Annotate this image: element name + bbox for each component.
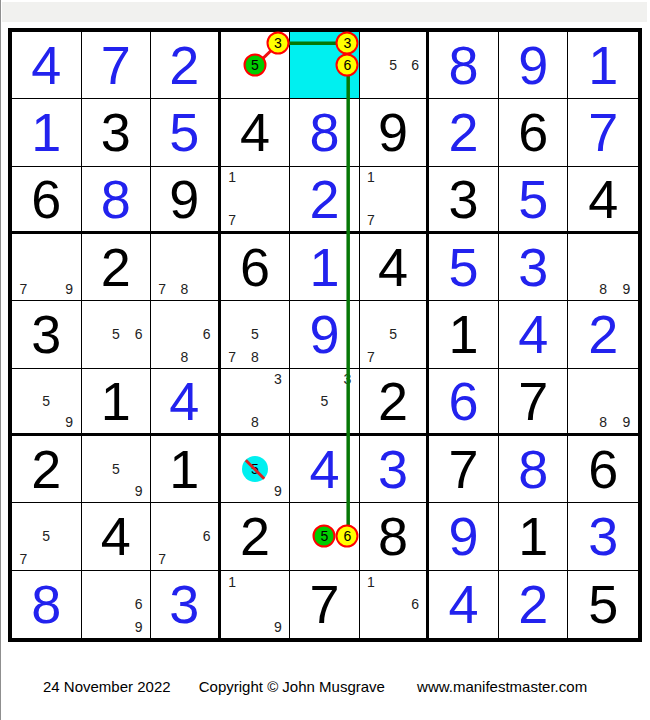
given-digit: 5 [588, 577, 618, 631]
cell-r5c2[interactable]: 56 [82, 301, 152, 368]
chain-node-candidate-3: 3 [266, 32, 289, 55]
cell-r3c3[interactable]: 9 [151, 167, 221, 234]
cell-r7c1[interactable]: 2 [12, 436, 82, 503]
solved-digit: 3 [169, 577, 199, 631]
pencil-mark-1: 1 [367, 170, 375, 184]
footer-date: 24 November 2022 [43, 678, 171, 695]
pencil-mark-7: 7 [158, 552, 166, 566]
pencil-mark-5: 5 [251, 327, 259, 341]
given-digit: 6 [31, 172, 61, 226]
cell-r9c9[interactable]: 5 [568, 571, 638, 638]
cell-r5c3[interactable]: 68 [151, 301, 221, 368]
given-digit: 2 [31, 442, 61, 496]
cell-r6c1[interactable]: 59 [12, 369, 82, 436]
given-digit: 6 [518, 105, 548, 159]
cell-r4c4[interactable]: 6 [221, 234, 291, 301]
solved-digit: 4 [31, 38, 61, 92]
chain-node-candidate-5: 5 [313, 525, 336, 548]
cell-r3c9[interactable]: 4 [568, 167, 638, 234]
chain-node-candidate-6: 6 [336, 525, 359, 548]
cell-r4c9[interactable]: 89 [568, 234, 638, 301]
pencil-mark-6: 6 [135, 597, 143, 611]
sudoku-board: 4723536568911354892676891721735479278614… [8, 28, 642, 642]
pencil-mark-7: 7 [228, 350, 236, 364]
cell-r2c2[interactable]: 3 [82, 99, 152, 166]
pencil-mark-8: 8 [180, 282, 188, 296]
pencil-mark-7: 7 [228, 213, 236, 227]
given-digit: 2 [378, 374, 408, 428]
pencil-mark-5: 5 [112, 327, 120, 341]
cell-r8c8[interactable]: 1 [499, 503, 569, 570]
pencil-mark-6: 6 [135, 327, 143, 341]
pencil-mark-9: 9 [274, 620, 282, 634]
pencil-mark-5: 5 [321, 394, 329, 408]
cell-r4c1[interactable]: 79 [12, 234, 82, 301]
solved-digit: 7 [101, 38, 131, 92]
cell-r9c7[interactable]: 4 [429, 571, 499, 638]
footer-url: www.manifestmaster.com [417, 678, 587, 695]
pencil-mark-9: 9 [65, 415, 73, 429]
pencil-mark-1: 1 [228, 575, 236, 589]
cell-r6c5[interactable]: 35 [290, 369, 360, 436]
given-digit: 9 [169, 172, 199, 226]
pencil-mark-7: 7 [367, 350, 375, 364]
pencil-mark-7: 7 [158, 282, 166, 296]
cell-r2c1[interactable]: 1 [12, 99, 82, 166]
solved-digit: 5 [449, 240, 479, 294]
cell-r7c7[interactable]: 7 [429, 436, 499, 503]
cell-r6c4[interactable]: 38 [221, 369, 291, 436]
given-digit: 1 [518, 509, 548, 563]
elimination-slash-icon [245, 459, 266, 480]
pencil-mark-3: 3 [274, 372, 282, 386]
pencil-mark-8: 8 [599, 415, 607, 429]
cell-r9c2[interactable]: 69 [82, 571, 152, 638]
window-left-edge [0, 0, 1, 720]
solved-digit: 5 [169, 105, 199, 159]
cell-r3c8[interactable]: 5 [499, 167, 569, 234]
cell-r9c3[interactable]: 3 [151, 571, 221, 638]
solved-digit: 1 [588, 38, 618, 92]
solved-digit: 8 [31, 577, 61, 631]
pencil-mark-7: 7 [20, 282, 28, 296]
cell-r6c3[interactable]: 4 [151, 369, 221, 436]
pencil-mark-9: 9 [622, 415, 630, 429]
pencil-mark-6: 6 [411, 58, 419, 72]
cell-r5c6[interactable]: 57 [360, 301, 430, 368]
pencil-mark-8: 8 [599, 282, 607, 296]
chain-node-candidate-5: 5 [243, 54, 266, 77]
solved-digit: 3 [378, 442, 408, 496]
given-digit: 2 [240, 509, 270, 563]
cell-r1c7[interactable]: 8 [429, 32, 499, 99]
pencil-mark-9: 9 [65, 282, 73, 296]
solved-digit: 2 [449, 105, 479, 159]
pencil-mark-8: 8 [251, 350, 259, 364]
given-digit: 4 [378, 240, 408, 294]
cell-r8c7[interactable]: 9 [429, 503, 499, 570]
pencil-mark-5: 5 [389, 327, 397, 341]
solved-digit: 9 [518, 38, 548, 92]
given-digit: 4 [101, 509, 131, 563]
given-digit: 1 [449, 307, 479, 361]
solved-digit: 8 [449, 38, 479, 92]
cell-r5c4[interactable]: 578 [221, 301, 291, 368]
given-digit: 1 [101, 374, 131, 428]
cell-r7c2[interactable]: 59 [82, 436, 152, 503]
cell-r4c7[interactable]: 5 [429, 234, 499, 301]
cell-r7c6[interactable]: 3 [360, 436, 430, 503]
pencil-mark-5: 5 [389, 58, 397, 72]
solved-digit: 7 [588, 105, 618, 159]
given-digit: 4 [240, 105, 270, 159]
given-digit: 7 [449, 442, 479, 496]
given-digit: 6 [588, 442, 618, 496]
cell-r4c8[interactable]: 3 [499, 234, 569, 301]
cell-r2c3[interactable]: 5 [151, 99, 221, 166]
pencil-mark-1: 1 [228, 170, 236, 184]
cell-r1c4[interactable]: 35 [221, 32, 291, 99]
cell-r2c5[interactable]: 8 [290, 99, 360, 166]
cell-r6c8[interactable]: 7 [499, 369, 569, 436]
solved-digit: 9 [309, 307, 339, 361]
solved-digit: 2 [588, 307, 618, 361]
given-digit: 7 [309, 577, 339, 631]
solved-digit: 2 [309, 172, 339, 226]
pencil-mark-6: 6 [203, 327, 211, 341]
solved-digit: 1 [309, 240, 339, 294]
cell-r1c5[interactable]: 36 [290, 32, 360, 99]
cell-r3c5[interactable]: 2 [290, 167, 360, 234]
cell-r8c6[interactable]: 8 [360, 503, 430, 570]
cell-r6c9[interactable]: 89 [568, 369, 638, 436]
cell-r2c7[interactable]: 2 [429, 99, 499, 166]
solved-digit: 2 [518, 577, 548, 631]
solved-digit: 8 [309, 105, 339, 159]
pencil-mark-9: 9 [274, 484, 282, 498]
cell-r6c2[interactable]: 1 [82, 369, 152, 436]
cell-r9c8[interactable]: 2 [499, 571, 569, 638]
cell-r2c9[interactable]: 7 [568, 99, 638, 166]
solved-digit: 4 [169, 374, 199, 428]
solved-digit: 8 [101, 172, 131, 226]
chain-node-candidate-3: 3 [336, 32, 359, 55]
cell-r3c6[interactable]: 17 [360, 167, 430, 234]
pencil-mark-1: 1 [367, 575, 375, 589]
solved-digit: 8 [518, 442, 548, 496]
window-header-strip [2, 2, 647, 22]
cell-r8c3[interactable]: 67 [151, 503, 221, 570]
cell-r7c8[interactable]: 8 [499, 436, 569, 503]
cell-r1c2[interactable]: 7 [82, 32, 152, 99]
given-digit: 2 [101, 240, 131, 294]
cell-r2c6[interactable]: 9 [360, 99, 430, 166]
cell-r5c5[interactable]: 9 [290, 301, 360, 368]
pencil-mark-8: 8 [180, 350, 188, 364]
cell-r6c7[interactable]: 6 [429, 369, 499, 436]
cell-r1c9[interactable]: 1 [568, 32, 638, 99]
solved-digit: 4 [518, 307, 548, 361]
pencil-mark-5: 5 [42, 529, 50, 543]
given-digit: 3 [101, 105, 131, 159]
cell-r8c2[interactable]: 4 [82, 503, 152, 570]
cell-r9c1[interactable]: 8 [12, 571, 82, 638]
cell-r9c5[interactable]: 7 [290, 571, 360, 638]
cell-r7c9[interactable]: 6 [568, 436, 638, 503]
solved-digit: 3 [588, 509, 618, 563]
pencil-mark-6: 6 [411, 597, 419, 611]
cell-r3c1[interactable]: 6 [12, 167, 82, 234]
cell-r4c5[interactable]: 1 [290, 234, 360, 301]
cell-r2c8[interactable]: 6 [499, 99, 569, 166]
pencil-mark-6: 6 [203, 529, 211, 543]
cell-r2c4[interactable]: 4 [221, 99, 291, 166]
cell-r8c1[interactable]: 57 [12, 503, 82, 570]
cell-r7c4[interactable]: 59 [221, 436, 291, 503]
chain-node-candidate-6: 6 [336, 54, 359, 77]
given-digit: 1 [169, 442, 199, 496]
cell-r3c4[interactable]: 17 [221, 167, 291, 234]
cell-r5c7[interactable]: 1 [429, 301, 499, 368]
cell-r8c9[interactable]: 3 [568, 503, 638, 570]
solved-digit: 3 [518, 240, 548, 294]
footer-credits: 24 November 2022 Copyright © John Musgra… [43, 678, 587, 695]
cell-r8c5[interactable]: 56 [290, 503, 360, 570]
solved-digit: 4 [449, 577, 479, 631]
solved-digit: 2 [169, 38, 199, 92]
pencil-mark-5: 5 [112, 462, 120, 476]
given-digit: 4 [588, 172, 618, 226]
solved-digit: 9 [449, 509, 479, 563]
cell-r9c6[interactable]: 16 [360, 571, 430, 638]
board-area: 4723536568911354892676891721735479278614… [8, 28, 642, 642]
cell-r9c4[interactable]: 19 [221, 571, 291, 638]
pencil-mark-9: 9 [622, 282, 630, 296]
given-digit: 7 [518, 374, 548, 428]
solved-digit: 6 [449, 374, 479, 428]
given-digit: 6 [240, 240, 270, 294]
solved-digit: 4 [309, 442, 339, 496]
given-digit: 9 [378, 105, 408, 159]
pencil-mark-8: 8 [251, 415, 259, 429]
solved-digit: 1 [31, 105, 61, 159]
given-digit: 3 [31, 307, 61, 361]
cell-r3c2[interactable]: 8 [82, 167, 152, 234]
given-digit: 8 [378, 509, 408, 563]
cell-r5c9[interactable]: 2 [568, 301, 638, 368]
cell-r8c4[interactable]: 2 [221, 503, 291, 570]
footer-copyright: Copyright © John Musgrave [199, 678, 385, 695]
cell-r4c2[interactable]: 2 [82, 234, 152, 301]
cell-r1c1[interactable]: 4 [12, 32, 82, 99]
cell-r7c3[interactable]: 1 [151, 436, 221, 503]
cell-r3c7[interactable]: 3 [429, 167, 499, 234]
cell-r1c3[interactable]: 2 [151, 32, 221, 99]
pencil-mark-9: 9 [135, 620, 143, 634]
cell-r6c6[interactable]: 2 [360, 369, 430, 436]
solved-digit: 5 [518, 172, 548, 226]
cell-r4c6[interactable]: 4 [360, 234, 430, 301]
cell-r4c3[interactable]: 78 [151, 234, 221, 301]
pencil-mark-9: 9 [135, 484, 143, 498]
pencil-mark-7: 7 [20, 552, 28, 566]
given-digit: 3 [449, 172, 479, 226]
pencil-mark-5: 5 [42, 394, 50, 408]
cell-r5c1[interactable]: 3 [12, 301, 82, 368]
pencil-mark-3: 3 [343, 372, 351, 386]
cell-r1c6[interactable]: 56 [360, 32, 430, 99]
cell-r7c5[interactable]: 4 [290, 436, 360, 503]
cell-r5c8[interactable]: 4 [499, 301, 569, 368]
cell-r1c8[interactable]: 9 [499, 32, 569, 99]
eliminated-candidate-5: 5 [242, 456, 268, 482]
pencil-mark-7: 7 [367, 213, 375, 227]
